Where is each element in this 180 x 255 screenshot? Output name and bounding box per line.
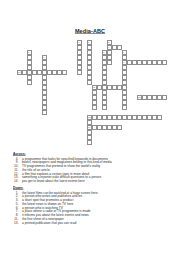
across-clue: 14.you get to know about the latest even… xyxy=(13,179,178,183)
down-clue-list: 1.the latest films can be watched at a h… xyxy=(13,190,178,224)
clue-number: 1 xyxy=(78,41,79,43)
crossword-grid: 1234567891011121314 xyxy=(12,40,167,145)
clue-number: 2 xyxy=(88,41,89,43)
clue-number: 13 xyxy=(88,116,91,118)
clue-number: 12 xyxy=(138,96,141,98)
across-section: Across: 4.a programme that looks for spe… xyxy=(13,152,178,183)
clue-number: 9 xyxy=(123,61,124,63)
blocked-cell xyxy=(162,140,167,145)
clue-number: 8 xyxy=(43,56,44,58)
across-clue-number: 14. xyxy=(13,179,19,183)
clue-number: 3 xyxy=(108,41,109,43)
clue-number: 14 xyxy=(88,126,91,128)
clue-number: 4 xyxy=(108,46,109,48)
clue-number: 11 xyxy=(93,86,95,88)
clue-lists: Across: 4.a programme that looks for spe… xyxy=(13,152,178,228)
across-clue-list: 4.a programme that looks for specified k… xyxy=(13,156,178,182)
clue-number: 10 xyxy=(18,71,21,73)
down-clue-number: 13. xyxy=(13,220,19,224)
down-section: Down: 1.the latest films can be watched … xyxy=(13,186,178,224)
puzzle-title: Media-ABC xyxy=(75,28,105,34)
worksheet-page: Media-ABC 1234567891011121314 Across: 4.… xyxy=(0,0,180,255)
clue-number: 6 xyxy=(103,51,104,53)
clue-number: 5 xyxy=(28,51,29,53)
down-clue-text: a printed publication that you can read xyxy=(22,220,178,224)
across-clue-text: you get to know about the latest events … xyxy=(22,179,178,183)
across-header: Across: xyxy=(13,152,178,156)
title-area: Media-ABC xyxy=(0,26,180,35)
clue-number: 7 xyxy=(123,51,124,53)
down-clue: 13.a printed publication that you can re… xyxy=(13,220,178,224)
down-header: Down: xyxy=(13,186,178,190)
